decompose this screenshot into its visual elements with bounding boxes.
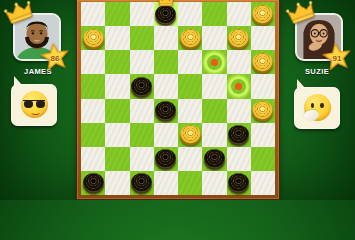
board-cell-r4c1[interactable] [105, 99, 129, 123]
board-cell-r6c2 [130, 147, 154, 171]
board-cell-r4c0 [81, 99, 105, 123]
board-cell-r6c4 [178, 147, 202, 171]
board-cell-r1c2[interactable] [130, 26, 154, 50]
board-cell-r1c4[interactable] [178, 26, 202, 50]
board-grid [81, 2, 275, 195]
board-cell-r0c1[interactable] [105, 2, 129, 26]
emoji-bubble-right[interactable] [294, 87, 340, 129]
checkers-game-screen: { "game": "checkers (draughts) online ma… [0, 0, 355, 200]
board-cell-r7c0[interactable] [81, 171, 105, 195]
board-cell-r5c7 [251, 123, 275, 147]
board-cell-r2c4 [178, 50, 202, 74]
board-cell-r3c6[interactable] [227, 74, 251, 98]
board-cell-r2c5[interactable] [202, 50, 226, 74]
gold-piece[interactable] [83, 29, 104, 48]
game-table: 86 JAMES [0, 0, 355, 200]
board-cell-r4c5[interactable] [202, 99, 226, 123]
emoji-hand [303, 108, 321, 123]
board-cell-r7c1 [105, 171, 129, 195]
board-cell-r0c7[interactable] [251, 2, 275, 26]
score-star-badge: 91 [323, 43, 351, 71]
board-cell-r3c2[interactable] [130, 74, 154, 98]
board-cell-r7c7 [251, 171, 275, 195]
dark-piece[interactable] [204, 149, 225, 168]
gold-piece[interactable] [252, 5, 273, 24]
board-cell-r4c7[interactable] [251, 99, 275, 123]
board-cell-r2c1[interactable] [105, 50, 129, 74]
board-cell-r5c6[interactable] [227, 123, 251, 147]
score-value: 86 [41, 43, 69, 71]
player-panel-left: 86 JAMES [0, 0, 76, 200]
board-cell-r1c1 [105, 26, 129, 50]
gold-piece[interactable] [180, 125, 201, 144]
board-cell-r7c5 [202, 171, 226, 195]
emoji-bubble-left[interactable] [11, 84, 57, 126]
emoji-eye [311, 103, 315, 108]
board-cell-r5c5 [202, 123, 226, 147]
sunglasses-emoji-icon [21, 91, 48, 118]
board-cell-r6c1[interactable] [105, 147, 129, 171]
dark-piece[interactable] [228, 173, 249, 192]
board-cell-r3c4[interactable] [178, 74, 202, 98]
board-cell-r7c4[interactable] [178, 171, 202, 195]
gold-piece[interactable] [252, 101, 273, 120]
board-cell-r0c5[interactable] [202, 2, 226, 26]
board-cell-r1c7 [251, 26, 275, 50]
dark-piece[interactable] [83, 173, 104, 192]
board-cell-r3c1 [105, 74, 129, 98]
board-cell-r6c0 [81, 147, 105, 171]
board-cell-r2c6 [227, 50, 251, 74]
board-cell-r1c5 [202, 26, 226, 50]
smile-mouth [30, 108, 41, 115]
board-cell-r2c2 [130, 50, 154, 74]
board-cell-r0c6 [227, 2, 251, 26]
board-cell-r6c3[interactable] [154, 147, 178, 171]
board-cell-r4c4 [178, 99, 202, 123]
board-cell-r3c7 [251, 74, 275, 98]
board-cell-r7c3 [154, 171, 178, 195]
board-cell-r3c5 [202, 74, 226, 98]
emoji-eye [320, 103, 324, 108]
checkers-board [76, 0, 280, 200]
gold-piece[interactable] [252, 53, 273, 72]
board-cell-r2c3[interactable] [154, 50, 178, 74]
board-cell-r0c3[interactable] [154, 2, 178, 26]
dark-king-piece[interactable] [155, 5, 176, 24]
board-cell-r6c5[interactable] [202, 147, 226, 171]
board-cell-r5c4[interactable] [178, 123, 202, 147]
board-cell-r7c6[interactable] [227, 171, 251, 195]
board-cell-r4c2 [130, 99, 154, 123]
dark-piece[interactable] [131, 77, 152, 96]
dark-piece[interactable] [155, 149, 176, 168]
bubble-tail [297, 79, 305, 88]
board-cell-r2c0 [81, 50, 105, 74]
board-cell-r4c6 [227, 99, 251, 123]
board-cell-r5c3 [154, 123, 178, 147]
board-cell-r0c2 [130, 2, 154, 26]
bubble-tail [14, 76, 22, 85]
board-cell-r6c6 [227, 147, 251, 171]
board-cell-r3c0[interactable] [81, 74, 105, 98]
board-cell-r5c1 [105, 123, 129, 147]
board-cell-r6c7[interactable] [251, 147, 275, 171]
dark-piece[interactable] [131, 173, 152, 192]
board-cell-r1c3 [154, 26, 178, 50]
dark-piece[interactable] [228, 125, 249, 144]
gold-piece[interactable] [180, 29, 201, 48]
avatar-suzie[interactable]: 91 [295, 13, 343, 61]
board-cell-r7c2[interactable] [130, 171, 154, 195]
board-cell-r0c0 [81, 2, 105, 26]
board-cell-r1c6[interactable] [227, 26, 251, 50]
king-crown-icon [158, 0, 174, 7]
dark-piece[interactable] [155, 101, 176, 120]
board-cell-r4c3[interactable] [154, 99, 178, 123]
board-cell-r3c3 [154, 74, 178, 98]
board-cell-r1c0[interactable] [81, 26, 105, 50]
avatar-james[interactable]: 86 [13, 13, 61, 61]
board-cell-r0c4 [178, 2, 202, 26]
score-value: 91 [323, 43, 351, 71]
board-cell-r5c0[interactable] [81, 123, 105, 147]
score-star-badge: 86 [41, 43, 69, 71]
move-indicator[interactable] [228, 76, 249, 97]
move-indicator[interactable] [204, 52, 225, 73]
board-cell-r5c2[interactable] [130, 123, 154, 147]
player-panel-right: 91 SUZIE [279, 0, 355, 200]
board-cell-r2c7[interactable] [251, 50, 275, 74]
hand-over-mouth-emoji-icon [304, 94, 331, 121]
gold-piece[interactable] [228, 29, 249, 48]
